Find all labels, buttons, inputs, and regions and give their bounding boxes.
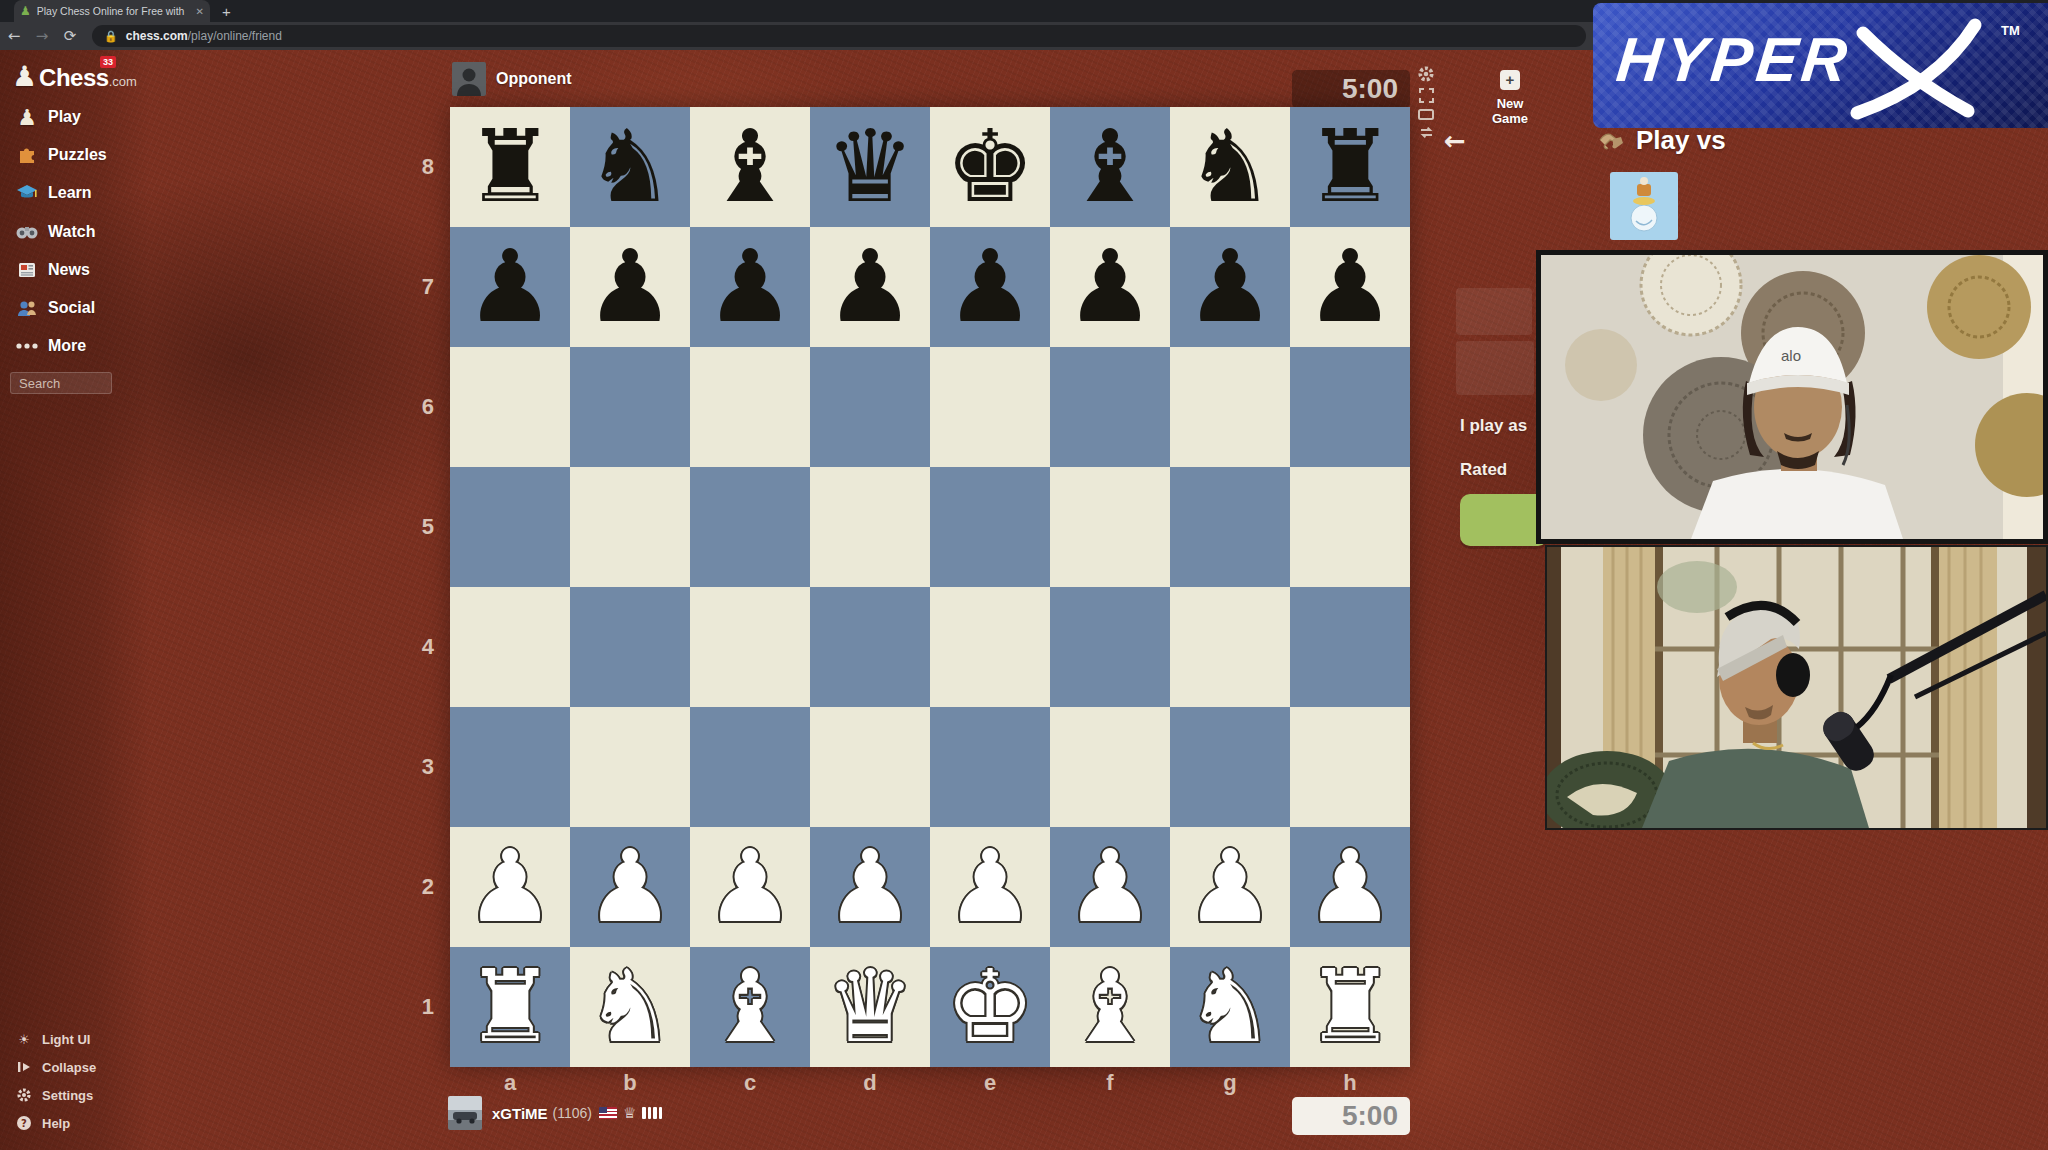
square-b3[interactable]: [570, 707, 690, 827]
file-label-c: c: [690, 1070, 810, 1096]
white-pawn: ♟: [1170, 827, 1290, 947]
rank-label-7: 7: [404, 227, 442, 347]
square-h5[interactable]: [1290, 467, 1410, 587]
rank-label-8: 8: [404, 107, 442, 227]
light-ui-toggle[interactable]: ☀ Light UI: [14, 1030, 90, 1048]
square-d4[interactable]: [810, 587, 930, 707]
black-pawn: ♟: [450, 227, 570, 347]
square-a3[interactable]: [450, 707, 570, 827]
notification-badge: 33: [100, 56, 116, 68]
play-vs-header: Play vs: [1596, 125, 1726, 156]
opponent-player-row: Opponent: [452, 62, 572, 96]
rank-label-2: 2: [404, 827, 442, 947]
white-bishop: ♝: [1050, 947, 1170, 1067]
square-d7[interactable]: ♟: [810, 227, 930, 347]
white-knight: ♞: [1170, 947, 1290, 1067]
square-b8[interactable]: ♞: [570, 107, 690, 227]
url-path: /play/online/friend: [188, 29, 282, 43]
square-c5[interactable]: [690, 467, 810, 587]
square-c6[interactable]: [690, 347, 810, 467]
white-bishop: ♝: [690, 947, 810, 1067]
square-e5[interactable]: [930, 467, 1050, 587]
play-piece-icon: ♟: [14, 105, 40, 129]
file-label-g: g: [1170, 1070, 1290, 1096]
player-row: xGTiME (1106) ♕: [448, 1096, 662, 1130]
black-bishop: ♝: [690, 107, 810, 227]
rank-label-1: 1: [404, 947, 442, 1067]
white-knight: ♞: [570, 947, 690, 1067]
white-pawn: ♟: [930, 827, 1050, 947]
rank-labels: 87654321: [404, 107, 442, 1067]
square-e4[interactable]: [930, 587, 1050, 707]
forward-icon[interactable]: →: [28, 27, 56, 45]
square-e8[interactable]: ♚: [930, 107, 1050, 227]
file-label-e: e: [930, 1070, 1050, 1096]
gear-icon: [14, 1086, 34, 1104]
square-b6[interactable]: [570, 347, 690, 467]
square-h3[interactable]: [1290, 707, 1410, 827]
square-f3[interactable]: [1050, 707, 1170, 827]
browser-tab[interactable]: ♟ Play Chess Online for Free with F ✕: [14, 0, 210, 22]
square-d5[interactable]: [810, 467, 930, 587]
player-rating: (1106): [553, 1105, 592, 1121]
white-queen: ♛: [810, 947, 930, 1067]
newspaper-icon: [14, 258, 40, 282]
board-settings-gear-icon[interactable]: [1418, 66, 1434, 82]
square-g4[interactable]: [1170, 587, 1290, 707]
black-pawn: ♟: [570, 227, 690, 347]
black-king: ♚: [930, 107, 1050, 227]
back-icon[interactable]: ←: [0, 27, 28, 45]
membership-crown-icon: ♕: [623, 1106, 636, 1121]
theater-mode-icon[interactable]: [1418, 109, 1434, 120]
new-tab-button[interactable]: +: [222, 3, 231, 20]
square-a6[interactable]: [450, 347, 570, 467]
reload-icon[interactable]: ⟳: [56, 27, 84, 45]
rank-label-5: 5: [404, 467, 442, 587]
square-g8[interactable]: ♞: [1170, 107, 1290, 227]
ellipsis-icon: [14, 334, 40, 358]
black-pawn: ♟: [1290, 227, 1410, 347]
rank-label-3: 3: [404, 707, 442, 827]
question-icon: ?: [14, 1114, 34, 1132]
black-knight: ♞: [1170, 107, 1290, 227]
opponent-clock: 5:00: [1292, 70, 1410, 108]
square-g6[interactable]: [1170, 347, 1290, 467]
black-queen: ♛: [810, 107, 930, 227]
white-pawn: ♟: [810, 827, 930, 947]
chess-board: ♜♞♝♛♚♝♞♜♟♟♟♟♟♟♟♟♟♟♟♟♟♟♟♟♜♞♝♛♚♝♞♜: [450, 107, 1410, 1067]
square-f2[interactable]: ♟: [1050, 827, 1170, 947]
black-knight: ♞: [570, 107, 690, 227]
file-label-d: d: [810, 1070, 930, 1096]
puzzle-icon: [14, 143, 40, 167]
square-a1[interactable]: ♜: [450, 947, 570, 1067]
black-rook: ♜: [450, 107, 570, 227]
square-b2[interactable]: ♟: [570, 827, 690, 947]
sun-icon: ☀: [14, 1030, 34, 1048]
rank-label-6: 6: [404, 347, 442, 467]
screen: ♟ Play Chess Online for Free with F ✕ + …: [0, 0, 2048, 1150]
square-c2[interactable]: ♟: [690, 827, 810, 947]
square-a4[interactable]: [450, 587, 570, 707]
file-label-a: a: [450, 1070, 570, 1096]
square-d3[interactable]: [810, 707, 930, 827]
sidebar-item-news[interactable]: News: [14, 258, 90, 282]
white-rook: ♜: [1290, 947, 1410, 1067]
square-f7[interactable]: ♟: [1050, 227, 1170, 347]
square-b1[interactable]: ♞: [570, 947, 690, 1067]
white-pawn: ♟: [690, 827, 810, 947]
square-g2[interactable]: ♟: [1170, 827, 1290, 947]
square-c8[interactable]: ♝: [690, 107, 810, 227]
file-label-b: b: [570, 1070, 690, 1096]
flip-board-icon[interactable]: [1419, 126, 1434, 139]
i-play-as-label: I play as: [1460, 416, 1527, 436]
square-g3[interactable]: [1170, 707, 1290, 827]
tab-close-icon[interactable]: ✕: [196, 6, 204, 17]
url-domain: chess.com: [126, 29, 188, 43]
square-c7[interactable]: ♟: [690, 227, 810, 347]
black-pawn: ♟: [1050, 227, 1170, 347]
player-clock: 5:00: [1292, 1097, 1410, 1135]
square-c3[interactable]: [690, 707, 810, 827]
white-rook: ♜: [450, 947, 570, 1067]
square-h4[interactable]: [1290, 587, 1410, 707]
square-h2[interactable]: ♟: [1290, 827, 1410, 947]
player-name: xGTiME: [492, 1105, 548, 1122]
square-f5[interactable]: [1050, 467, 1170, 587]
square-e7[interactable]: ♟: [930, 227, 1050, 347]
square-a2[interactable]: ♟: [450, 827, 570, 947]
play-button[interactable]: [1460, 494, 1548, 546]
white-pawn: ♟: [1050, 827, 1170, 947]
search-input[interactable]: [10, 372, 112, 394]
square-e2[interactable]: ♟: [930, 827, 1050, 947]
graduation-cap-icon: [14, 181, 40, 205]
square-d8[interactable]: ♛: [810, 107, 930, 227]
chesscom-favicon-pawn-icon: ♟: [20, 5, 31, 17]
rated-label: Rated: [1460, 460, 1507, 480]
logo-pawn-icon: ♟: [12, 60, 37, 93]
black-bishop: ♝: [1050, 107, 1170, 227]
chesscom-logo[interactable]: ♟ Chess .com: [12, 60, 137, 93]
black-pawn: ♟: [1170, 227, 1290, 347]
square-g5[interactable]: [1170, 467, 1290, 587]
square-g1[interactable]: ♞: [1170, 947, 1290, 1067]
square-g7[interactable]: ♟: [1170, 227, 1290, 347]
square-f6[interactable]: [1050, 347, 1170, 467]
file-labels: abcdefgh: [450, 1070, 1410, 1096]
square-a8[interactable]: ♜: [450, 107, 570, 227]
square-d6[interactable]: [810, 347, 930, 467]
black-pawn: ♟: [690, 227, 810, 347]
file-label-f: f: [1050, 1070, 1170, 1096]
opponent-name: Opponent: [496, 70, 572, 88]
white-king: ♚: [930, 947, 1050, 1067]
help-button[interactable]: ? Help: [14, 1114, 70, 1132]
black-pawn: ♟: [930, 227, 1050, 347]
square-a5[interactable]: [450, 467, 570, 587]
square-f1[interactable]: ♝: [1050, 947, 1170, 1067]
sidebar-item-more[interactable]: More: [14, 334, 86, 358]
opponent-avatar: [452, 62, 486, 96]
connection-bars-icon: [642, 1107, 662, 1119]
sidebar-item-learn[interactable]: Learn: [14, 181, 92, 205]
square-h7[interactable]: ♟: [1290, 227, 1410, 347]
square-c1[interactable]: ♝: [690, 947, 810, 1067]
tab-title: Play Chess Online for Free with F: [37, 5, 187, 17]
sidebar-item-watch[interactable]: Watch: [14, 220, 95, 244]
logo-suffix: .com: [109, 74, 137, 89]
white-pawn: ♟: [450, 827, 570, 947]
hyperx-banner: HYPER TM: [1593, 3, 2048, 128]
fullscreen-icon[interactable]: [1419, 88, 1434, 103]
square-d2[interactable]: ♟: [810, 827, 930, 947]
white-pawn: ♟: [570, 827, 690, 947]
file-label-h: h: [1290, 1070, 1410, 1096]
square-h8[interactable]: ♜: [1290, 107, 1410, 227]
new-game-button[interactable]: + New Game: [1478, 70, 1542, 126]
square-e1[interactable]: ♚: [930, 947, 1050, 1067]
settings-button[interactable]: Settings: [14, 1086, 93, 1104]
square-e6[interactable]: [930, 347, 1050, 467]
sidebar-item-play[interactable]: ♟ Play: [14, 105, 81, 129]
black-rook: ♜: [1290, 107, 1410, 227]
opponent-avatar-thumbnail[interactable]: [1610, 172, 1678, 240]
sidebar-shade: [0, 50, 150, 1150]
square-b5[interactable]: [570, 467, 690, 587]
handshake-icon: [1596, 130, 1626, 152]
people-icon: [14, 296, 40, 320]
square-b4[interactable]: [570, 587, 690, 707]
square-h6[interactable]: [1290, 347, 1410, 467]
square-h1[interactable]: ♜: [1290, 947, 1410, 1067]
square-f4[interactable]: [1050, 587, 1170, 707]
collapse-icon: [14, 1058, 34, 1076]
us-flag-icon: [599, 1107, 617, 1119]
black-pawn: ♟: [810, 227, 930, 347]
option-row[interactable]: [1456, 288, 1532, 335]
back-arrow-button[interactable]: ←: [1444, 126, 1466, 156]
square-e3[interactable]: [930, 707, 1050, 827]
sidebar-item-social[interactable]: Social: [14, 296, 95, 320]
plus-icon: +: [1500, 70, 1520, 90]
cap-logo-text: alo: [1781, 347, 1801, 364]
url-bar[interactable]: 🔒 chess.com /play/online/friend: [92, 25, 1586, 47]
webcam-bottom: [1545, 545, 2048, 830]
square-b7[interactable]: ♟: [570, 227, 690, 347]
lock-icon: 🔒: [104, 30, 118, 43]
white-pawn: ♟: [1290, 827, 1410, 947]
binoculars-icon: [14, 220, 40, 244]
square-a7[interactable]: ♟: [450, 227, 570, 347]
logo-text: Chess: [39, 64, 109, 92]
player-avatar-photo: [448, 1096, 482, 1130]
hyperx-logo-text: HYPER: [1613, 25, 1854, 94]
square-d1[interactable]: ♛: [810, 947, 930, 1067]
rank-label-4: 4: [404, 587, 442, 707]
svg-text:TM: TM: [2001, 23, 2020, 38]
sidebar-item-puzzles[interactable]: Puzzles: [14, 143, 107, 167]
square-c4[interactable]: [690, 587, 810, 707]
collapse-button[interactable]: Collapse: [14, 1058, 96, 1076]
option-row[interactable]: [1456, 341, 1534, 395]
square-f8[interactable]: ♝: [1050, 107, 1170, 227]
webcam-top: alo: [1536, 250, 2048, 544]
